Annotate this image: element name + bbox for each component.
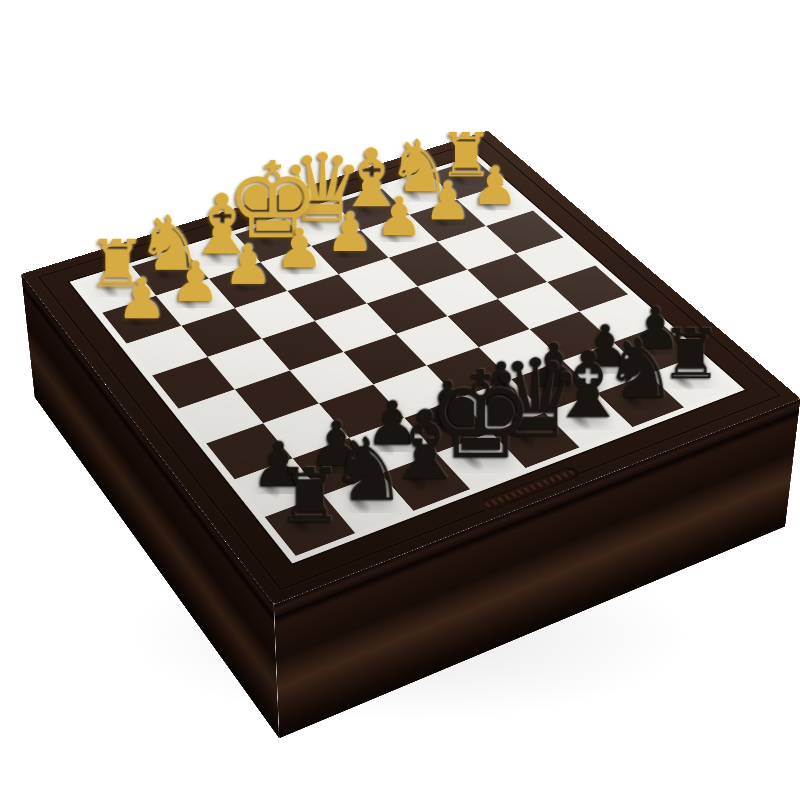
piece-white-pawn-c2[interactable]: ♟ [375,190,423,241]
piece-white-pawn-e2[interactable]: ♟ [275,222,324,274]
photo-scene: ♜♞♝♛♚♝♞♜♟♟♟♟♟♟♟♟♟♟♟♟♟♟♟♟♜♞♝♛♚♝♞♜ [0,0,800,800]
piece-white-pawn-f2[interactable]: ♟ [223,238,273,291]
piece-white-pawn-d2[interactable]: ♟ [325,206,374,257]
piece-white-pawn-g2[interactable]: ♟ [170,254,220,307]
piece-white-pawn-a2[interactable]: ♟ [471,160,518,210]
chess-box: ♜♞♝♛♚♝♞♜♟♟♟♟♟♟♟♟♟♟♟♟♟♟♟♟♜♞♝♛♚♝♞♜ [21,131,800,605]
piece-white-pawn-b2[interactable]: ♟ [424,175,472,225]
piece-black-rook-h8[interactable]: ♜ [276,461,343,532]
piece-white-pawn-h2[interactable]: ♟ [116,271,167,325]
